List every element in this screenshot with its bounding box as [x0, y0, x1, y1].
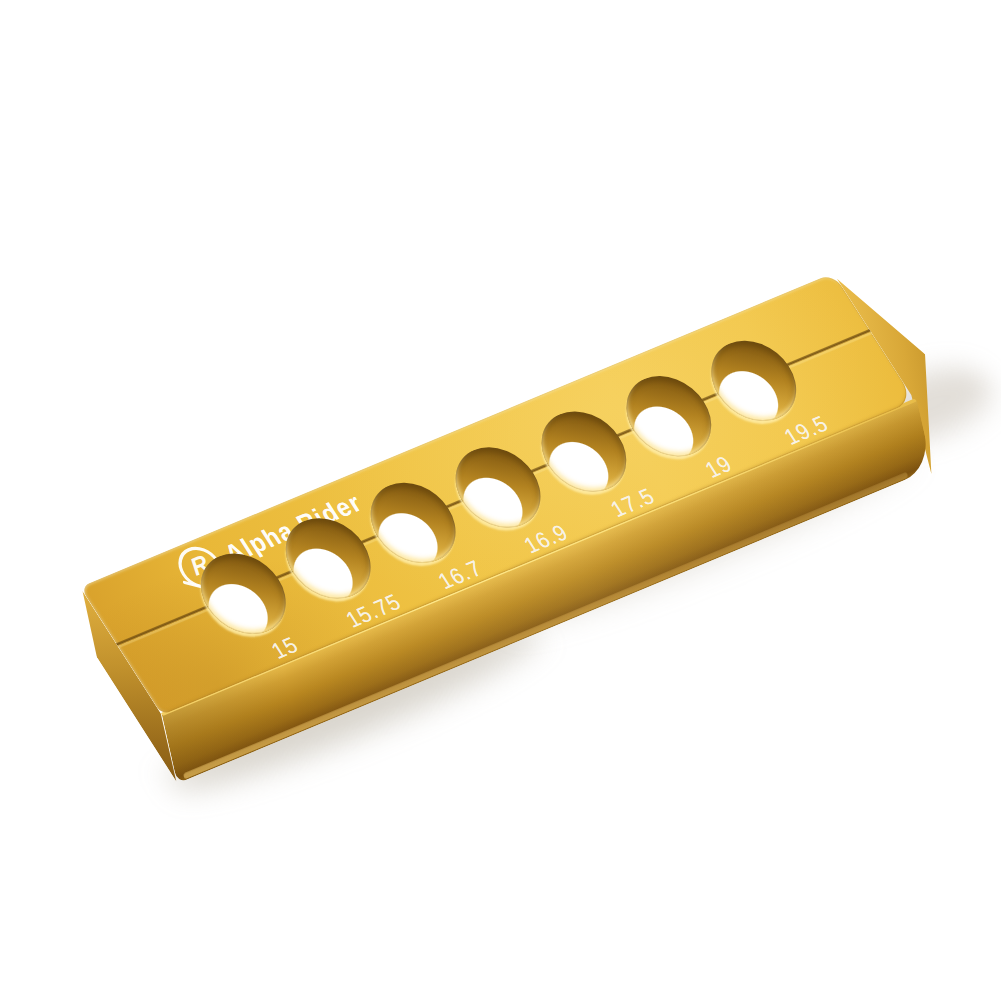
tool-block: R Alpha Rider 15 15.75 16.7 16.9 17.5 19…	[80, 273, 915, 715]
product-photo-scene: R Alpha Rider 15 15.75 16.7 16.9 17.5 19…	[0, 0, 1001, 1001]
